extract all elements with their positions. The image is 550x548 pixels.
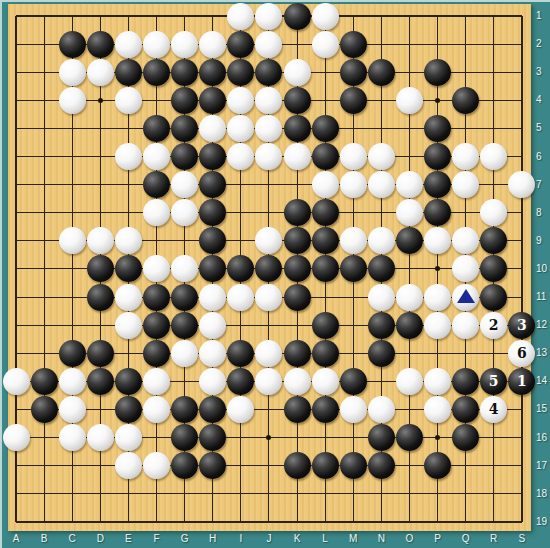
stone-P7-black: [424, 171, 451, 198]
move-number-label-3: 3: [517, 318, 527, 332]
row-label-16: 16: [536, 433, 550, 443]
go-app-window: 236514ABCDEFGHIJKLMNOPQRS123456789101112…: [0, 0, 550, 548]
stone-M14-black: [340, 368, 367, 395]
stone-E2-white: [115, 31, 142, 58]
stone-P5-black: [424, 115, 451, 142]
stone-M10-black: [340, 255, 367, 282]
stone-L5-black: [312, 115, 339, 142]
stone-N7-white: [368, 171, 395, 198]
stone-J1-white: [255, 3, 282, 30]
stone-E3-black: [115, 59, 142, 86]
stone-I5-white: [227, 115, 254, 142]
stone-L13-black: [312, 340, 339, 367]
column-label-R: R: [483, 534, 505, 544]
stone-P6-black: [424, 143, 451, 170]
move-number-label-6: 6: [517, 346, 527, 360]
stone-J4-white: [255, 87, 282, 114]
stone-A16-white: [3, 424, 30, 451]
stone-K15-black: [284, 396, 311, 423]
stone-O7-white: [396, 171, 423, 198]
move-number-label-1: 1: [517, 374, 527, 388]
stone-Q16-black: [452, 424, 479, 451]
stone-K9-black: [284, 227, 311, 254]
stone-N9-white: [368, 227, 395, 254]
star-point-D4: [98, 98, 103, 103]
stone-K6-white: [284, 143, 311, 170]
stone-L12-black: [312, 312, 339, 339]
stone-P15-white: [424, 396, 451, 423]
star-point-P4: [435, 98, 440, 103]
row-label-2: 2: [536, 39, 550, 49]
stone-G15-black: [171, 396, 198, 423]
stone-H4-black: [199, 87, 226, 114]
stone-S14-black: 1: [508, 368, 535, 395]
column-label-A: A: [5, 534, 27, 544]
stone-C4-white: [59, 87, 86, 114]
stone-M3-black: [340, 59, 367, 86]
row-label-7: 7: [536, 180, 550, 190]
stone-K5-black: [284, 115, 311, 142]
stone-O9-black: [396, 227, 423, 254]
stone-G4-black: [171, 87, 198, 114]
row-label-12: 12: [536, 320, 550, 330]
column-label-H: H: [202, 534, 224, 544]
stone-M17-black: [340, 452, 367, 479]
column-label-E: E: [117, 534, 139, 544]
stone-I15-white: [227, 396, 254, 423]
stone-L9-black: [312, 227, 339, 254]
stone-C16-white: [59, 424, 86, 451]
stone-Q6-white: [452, 143, 479, 170]
column-label-I: I: [230, 534, 252, 544]
stone-G11-black: [171, 284, 198, 311]
stone-K8-black: [284, 199, 311, 226]
stone-G3-black: [171, 59, 198, 86]
stone-I1-white: [227, 3, 254, 30]
stone-H12-white: [199, 312, 226, 339]
stone-I13-black: [227, 340, 254, 367]
stone-L7-white: [312, 171, 339, 198]
stone-R11-black: [480, 284, 507, 311]
stone-S7-white: [508, 171, 535, 198]
stone-R14-black: 5: [480, 368, 507, 395]
column-label-M: M: [342, 534, 364, 544]
stone-H16-black: [199, 424, 226, 451]
stone-N10-black: [368, 255, 395, 282]
stone-P8-black: [424, 199, 451, 226]
stone-F2-white: [143, 31, 170, 58]
stone-J2-white: [255, 31, 282, 58]
column-label-B: B: [33, 534, 55, 544]
stone-D10-black: [87, 255, 114, 282]
stone-E17-white: [115, 452, 142, 479]
stone-J3-black: [255, 59, 282, 86]
stone-O4-white: [396, 87, 423, 114]
stone-I2-black: [227, 31, 254, 58]
row-label-6: 6: [536, 152, 550, 162]
stone-Q7-white: [452, 171, 479, 198]
stone-L8-black: [312, 199, 339, 226]
stone-N11-white: [368, 284, 395, 311]
stone-S12-black: 3: [508, 312, 535, 339]
stone-P3-black: [424, 59, 451, 86]
stone-N15-white: [368, 396, 395, 423]
stone-F12-black: [143, 312, 170, 339]
grid-line-vertical-S: [521, 16, 523, 522]
stone-P14-white: [424, 368, 451, 395]
row-label-17: 17: [536, 461, 550, 471]
star-point-P16: [435, 435, 440, 440]
stone-H13-white: [199, 340, 226, 367]
grid-line-horizontal-18: [16, 493, 522, 494]
row-label-15: 15: [536, 404, 550, 414]
stone-E4-white: [115, 87, 142, 114]
move-number-label-4: 4: [489, 402, 499, 416]
stone-C2-black: [59, 31, 86, 58]
stone-E6-white: [115, 143, 142, 170]
stone-N17-black: [368, 452, 395, 479]
stone-D3-white: [87, 59, 114, 86]
row-label-5: 5: [536, 123, 550, 133]
stone-C15-white: [59, 396, 86, 423]
stone-G13-white: [171, 340, 198, 367]
row-label-8: 8: [536, 208, 550, 218]
stone-L10-black: [312, 255, 339, 282]
stone-N6-white: [368, 143, 395, 170]
row-label-3: 3: [536, 67, 550, 77]
stone-I3-black: [227, 59, 254, 86]
stone-L1-white: [312, 3, 339, 30]
stone-H14-white: [199, 368, 226, 395]
column-label-G: G: [174, 534, 196, 544]
stone-F8-white: [143, 199, 170, 226]
column-label-K: K: [286, 534, 308, 544]
stone-L2-white: [312, 31, 339, 58]
column-label-S: S: [511, 534, 533, 544]
stone-C9-white: [59, 227, 86, 254]
column-label-Q: Q: [455, 534, 477, 544]
stone-N16-black: [368, 424, 395, 451]
stone-M4-black: [340, 87, 367, 114]
stone-D14-black: [87, 368, 114, 395]
stone-J11-white: [255, 284, 282, 311]
stone-G7-white: [171, 171, 198, 198]
stone-G2-white: [171, 31, 198, 58]
column-label-L: L: [314, 534, 336, 544]
stone-H6-black: [199, 143, 226, 170]
stone-C14-white: [59, 368, 86, 395]
stone-F7-black: [143, 171, 170, 198]
stone-P12-white: [424, 312, 451, 339]
row-label-4: 4: [536, 95, 550, 105]
stone-L14-white: [312, 368, 339, 395]
stone-E15-black: [115, 396, 142, 423]
stone-O16-black: [396, 424, 423, 451]
stone-O11-white: [396, 284, 423, 311]
column-label-J: J: [258, 534, 280, 544]
stone-K14-white: [284, 368, 311, 395]
stone-N3-black: [368, 59, 395, 86]
stone-J13-white: [255, 340, 282, 367]
stone-E11-white: [115, 284, 142, 311]
stone-N12-black: [368, 312, 395, 339]
stone-Q14-black: [452, 368, 479, 395]
move-number-label-2: 2: [489, 318, 499, 332]
stone-R12-white: 2: [480, 312, 507, 339]
stone-M7-white: [340, 171, 367, 198]
stone-Q15-black: [452, 396, 479, 423]
row-label-11: 11: [536, 292, 550, 302]
stone-L15-black: [312, 396, 339, 423]
move-number-label-5: 5: [489, 374, 499, 388]
stone-N13-black: [368, 340, 395, 367]
row-label-14: 14: [536, 376, 550, 386]
stone-D11-black: [87, 284, 114, 311]
column-label-O: O: [398, 534, 420, 544]
triangle-marker: [457, 289, 475, 303]
stone-R6-white: [480, 143, 507, 170]
stone-O8-white: [396, 199, 423, 226]
stone-F17-white: [143, 452, 170, 479]
stone-O14-white: [396, 368, 423, 395]
stone-F6-white: [143, 143, 170, 170]
stone-S13-white: 6: [508, 340, 535, 367]
stone-L6-black: [312, 143, 339, 170]
stone-H11-white: [199, 284, 226, 311]
stone-A14-white: [3, 368, 30, 395]
column-label-P: P: [427, 534, 449, 544]
stone-K3-white: [284, 59, 311, 86]
stone-G12-black: [171, 312, 198, 339]
stone-G5-black: [171, 115, 198, 142]
stone-B15-black: [31, 396, 58, 423]
stone-C3-white: [59, 59, 86, 86]
stone-I4-white: [227, 87, 254, 114]
stone-Q4-black: [452, 87, 479, 114]
stone-M2-black: [340, 31, 367, 58]
row-label-10: 10: [536, 264, 550, 274]
stone-I11-white: [227, 284, 254, 311]
stone-K11-black: [284, 284, 311, 311]
stone-E16-white: [115, 424, 142, 451]
stone-H3-black: [199, 59, 226, 86]
stone-G16-black: [171, 424, 198, 451]
stone-R15-white: 4: [480, 396, 507, 423]
stone-K13-black: [284, 340, 311, 367]
stone-H2-white: [199, 31, 226, 58]
stone-E14-black: [115, 368, 142, 395]
stone-F15-white: [143, 396, 170, 423]
stone-J14-white: [255, 368, 282, 395]
row-label-18: 18: [536, 489, 550, 499]
column-label-D: D: [89, 534, 111, 544]
stone-Q12-white: [452, 312, 479, 339]
stone-P17-black: [424, 452, 451, 479]
stone-F11-black: [143, 284, 170, 311]
stone-B14-black: [31, 368, 58, 395]
stone-D2-black: [87, 31, 114, 58]
stone-K1-black: [284, 3, 311, 30]
stone-O12-black: [396, 312, 423, 339]
stone-H5-white: [199, 115, 226, 142]
column-label-F: F: [146, 534, 168, 544]
stone-D9-white: [87, 227, 114, 254]
stone-F14-white: [143, 368, 170, 395]
column-label-N: N: [370, 534, 392, 544]
row-label-19: 19: [536, 517, 550, 527]
stone-K4-black: [284, 87, 311, 114]
stone-E12-white: [115, 312, 142, 339]
stone-H15-black: [199, 396, 226, 423]
stone-D13-black: [87, 340, 114, 367]
stone-F3-black: [143, 59, 170, 86]
stone-E9-white: [115, 227, 142, 254]
stone-M9-white: [340, 227, 367, 254]
row-label-13: 13: [536, 348, 550, 358]
stone-F13-black: [143, 340, 170, 367]
stone-I14-black: [227, 368, 254, 395]
stone-K17-black: [284, 452, 311, 479]
stone-P11-white: [424, 284, 451, 311]
stone-D16-white: [87, 424, 114, 451]
stone-F5-black: [143, 115, 170, 142]
stone-K10-black: [284, 255, 311, 282]
stone-G6-black: [171, 143, 198, 170]
stone-M6-white: [340, 143, 367, 170]
grid-line-horizontal-19: [16, 521, 522, 523]
column-label-C: C: [61, 534, 83, 544]
row-label-1: 1: [536, 11, 550, 21]
stone-G17-black: [171, 452, 198, 479]
row-label-9: 9: [536, 236, 550, 246]
stone-L17-black: [312, 452, 339, 479]
stone-C13-black: [59, 340, 86, 367]
stone-M15-white: [340, 396, 367, 423]
